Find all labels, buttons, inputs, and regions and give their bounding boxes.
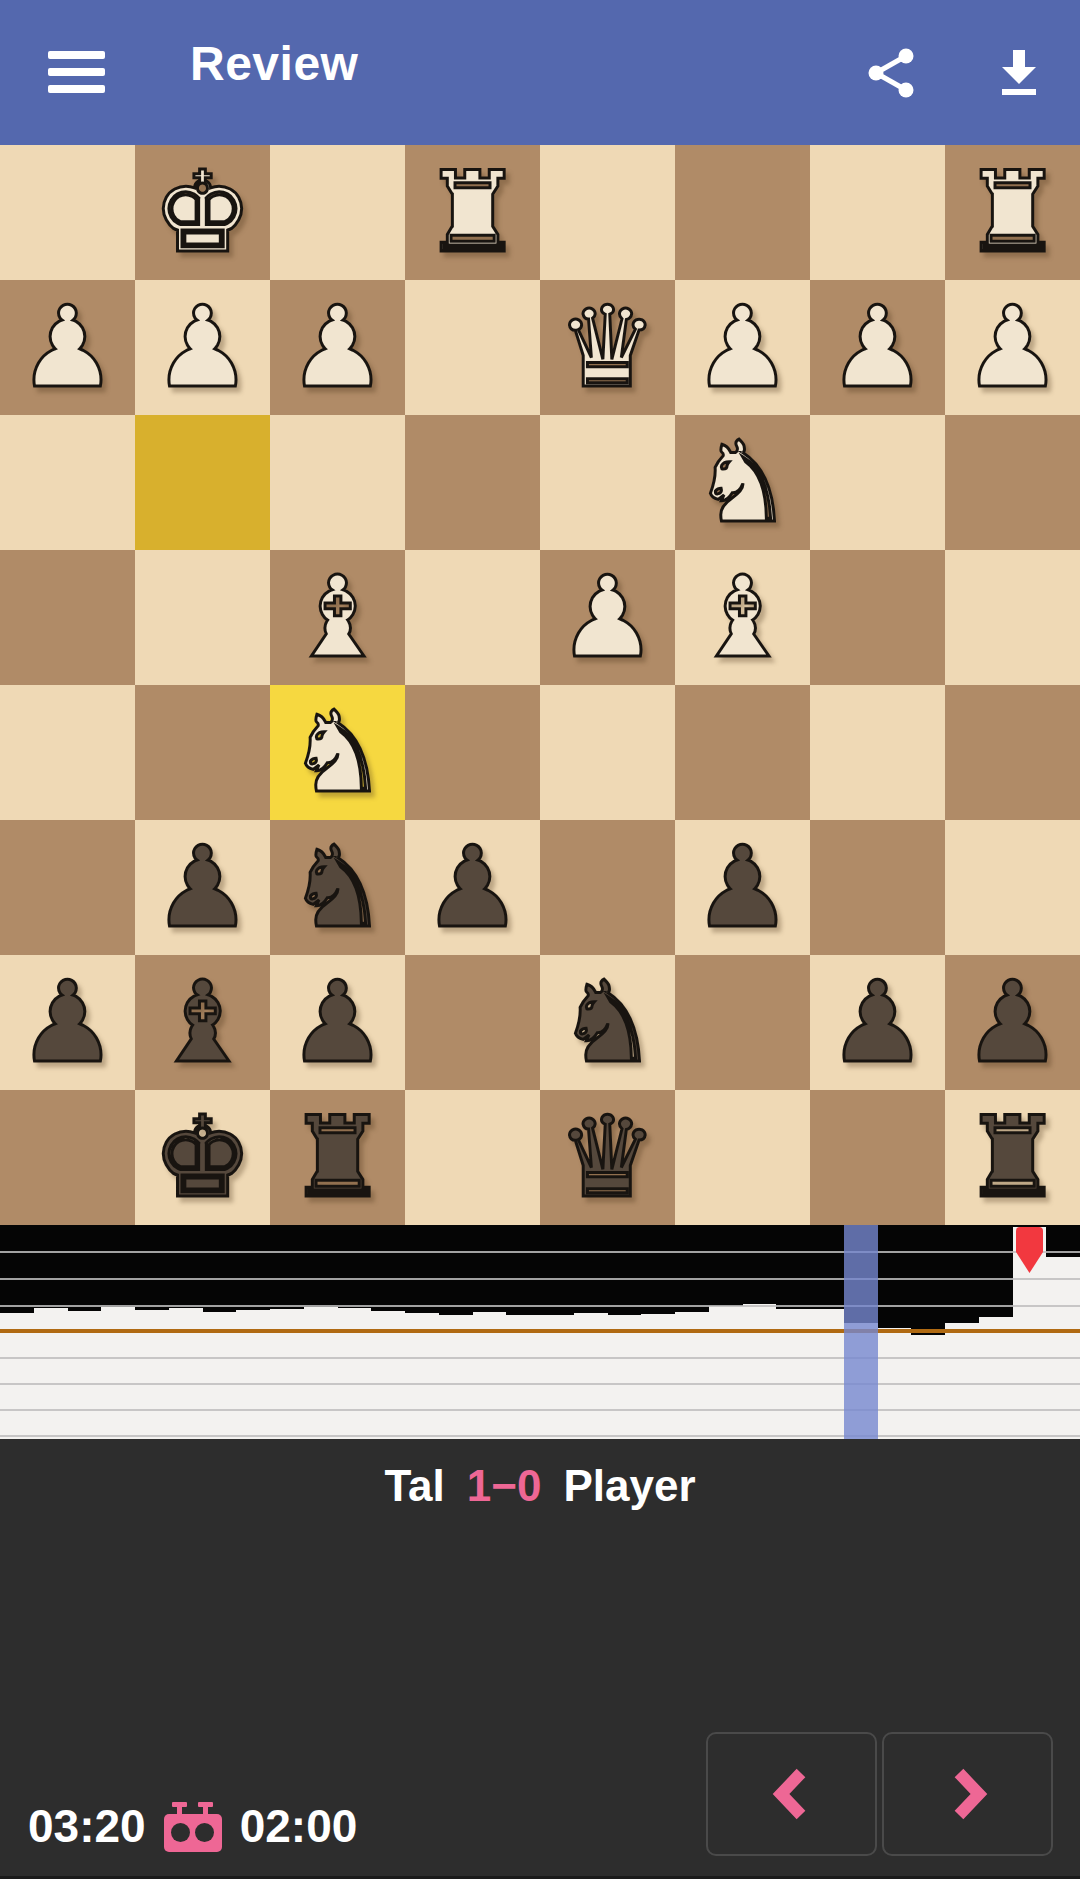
square-g7[interactable]: ♝ (135, 955, 270, 1090)
square-a8[interactable]: ♜ (945, 1090, 1080, 1225)
square-h4[interactable] (0, 550, 135, 685)
square-b4[interactable] (810, 550, 945, 685)
square-f7[interactable]: ♟ (270, 955, 405, 1090)
white-pawn: ♟ (152, 280, 252, 415)
black-bishop: ♝ (152, 955, 252, 1090)
evaluation-graph[interactable] (0, 1225, 1080, 1439)
menu-icon[interactable] (48, 51, 105, 93)
white-rook: ♜ (422, 145, 522, 280)
square-f1[interactable] (270, 145, 405, 280)
square-e5[interactable] (405, 685, 540, 820)
square-e2[interactable] (405, 280, 540, 415)
black-pawn: ♟ (287, 955, 387, 1090)
result-score: 1−0 (467, 1461, 542, 1511)
bottom-panel: Tal 1−0 Player 03:20 02:00 (0, 1439, 1080, 1879)
white-pawn: ♟ (287, 280, 387, 415)
square-b3[interactable] (810, 415, 945, 550)
square-c8[interactable] (675, 1090, 810, 1225)
square-h5[interactable] (0, 685, 135, 820)
eval-gridline (0, 1305, 1080, 1307)
white-bishop: ♝ (287, 550, 387, 685)
black-queen: ♛ (557, 1090, 657, 1225)
square-g5[interactable] (135, 685, 270, 820)
page-title: Review (190, 36, 358, 91)
square-c5[interactable] (675, 685, 810, 820)
eval-gridline (0, 1278, 1080, 1280)
chess-clock-icon (164, 1800, 222, 1852)
square-b5[interactable] (810, 685, 945, 820)
white-pawn: ♟ (962, 280, 1062, 415)
square-h1[interactable] (0, 145, 135, 280)
square-e4[interactable] (405, 550, 540, 685)
white-pawn: ♟ (557, 550, 657, 685)
eval-pin-marker (1016, 1227, 1043, 1273)
square-b8[interactable] (810, 1090, 945, 1225)
game-result: Tal 1−0 Player (0, 1461, 1080, 1511)
black-pawn: ♟ (827, 955, 927, 1090)
square-d6[interactable] (540, 820, 675, 955)
square-f8[interactable]: ♜ (270, 1090, 405, 1225)
square-c1[interactable] (675, 145, 810, 280)
next-move-button[interactable] (882, 1732, 1053, 1856)
square-h7[interactable]: ♟ (0, 955, 135, 1090)
square-b2[interactable]: ♟ (810, 280, 945, 415)
black-pawn: ♟ (692, 820, 792, 955)
square-c3[interactable]: ♞ (675, 415, 810, 550)
square-d2[interactable]: ♛ (540, 280, 675, 415)
white-rook: ♜ (962, 145, 1062, 280)
white-player-name: Tal (384, 1461, 444, 1511)
square-a6[interactable] (945, 820, 1080, 955)
download-icon[interactable] (993, 47, 1045, 99)
square-e1[interactable]: ♜ (405, 145, 540, 280)
square-h6[interactable] (0, 820, 135, 955)
square-a4[interactable] (945, 550, 1080, 685)
square-b1[interactable] (810, 145, 945, 280)
square-g6[interactable]: ♟ (135, 820, 270, 955)
eval-gridline (0, 1383, 1080, 1385)
chevron-right-icon (943, 1765, 993, 1823)
square-c7[interactable] (675, 955, 810, 1090)
square-a3[interactable] (945, 415, 1080, 550)
square-e6[interactable]: ♟ (405, 820, 540, 955)
square-f3[interactable] (270, 415, 405, 550)
square-d1[interactable] (540, 145, 675, 280)
chess-board: ♚♜♜♟♟♟♛♟♟♟♞♝♟♝♞♟♞♟♟♟♝♟♞♟♟♚♜♛♜ (0, 145, 1080, 1225)
black-rook: ♜ (287, 1090, 387, 1225)
square-d8[interactable]: ♛ (540, 1090, 675, 1225)
square-a5[interactable] (945, 685, 1080, 820)
square-e8[interactable] (405, 1090, 540, 1225)
square-f2[interactable]: ♟ (270, 280, 405, 415)
white-knight: ♞ (287, 685, 387, 820)
eval-gridline (0, 1409, 1080, 1411)
square-b6[interactable] (810, 820, 945, 955)
white-bishop: ♝ (692, 550, 792, 685)
white-pawn: ♟ (17, 280, 117, 415)
black-pawn: ♟ (422, 820, 522, 955)
white-knight: ♞ (692, 415, 792, 550)
eval-center-line (0, 1329, 1080, 1333)
clock-row: 03:20 02:00 (28, 1799, 357, 1853)
appbar: Review (0, 0, 1080, 145)
square-f5[interactable]: ♞ (270, 685, 405, 820)
black-rook: ♜ (962, 1090, 1062, 1225)
white-clock-time: 03:20 (28, 1799, 146, 1853)
square-d3[interactable] (540, 415, 675, 550)
share-icon[interactable] (865, 47, 917, 99)
black-knight: ♞ (557, 955, 657, 1090)
app-screen: Review ♚♜♜♟♟♟♛♟♟♟♞♝♟♝♞♟♞♟♟♟♝♟♞♟♟♚♜♛♜ Tal (0, 0, 1080, 1879)
square-g2[interactable]: ♟ (135, 280, 270, 415)
square-c2[interactable]: ♟ (675, 280, 810, 415)
square-e3[interactable] (405, 415, 540, 550)
black-player-name: Player (563, 1461, 695, 1511)
square-f6[interactable]: ♞ (270, 820, 405, 955)
square-e7[interactable] (405, 955, 540, 1090)
square-d4[interactable]: ♟ (540, 550, 675, 685)
white-pawn: ♟ (827, 280, 927, 415)
white-pawn: ♟ (692, 280, 792, 415)
square-a1[interactable]: ♜ (945, 145, 1080, 280)
current-move-highlight (844, 1225, 878, 1439)
square-a2[interactable]: ♟ (945, 280, 1080, 415)
chevron-left-icon (767, 1765, 817, 1823)
black-pawn: ♟ (152, 820, 252, 955)
eval-gridline (0, 1435, 1080, 1437)
square-g8[interactable]: ♚ (135, 1090, 270, 1225)
black-pawn: ♟ (962, 955, 1062, 1090)
square-h3[interactable] (0, 415, 135, 550)
black-knight: ♞ (287, 820, 387, 955)
white-queen: ♛ (557, 280, 657, 415)
square-g3[interactable] (135, 415, 270, 550)
square-a7[interactable]: ♟ (945, 955, 1080, 1090)
black-clock-time: 02:00 (240, 1799, 358, 1853)
square-c4[interactable]: ♝ (675, 550, 810, 685)
square-g4[interactable] (135, 550, 270, 685)
black-pawn: ♟ (17, 955, 117, 1090)
black-king: ♚ (152, 1090, 252, 1225)
square-g1[interactable]: ♚ (135, 145, 270, 280)
square-c6[interactable]: ♟ (675, 820, 810, 955)
square-h8[interactable] (0, 1090, 135, 1225)
square-f4[interactable]: ♝ (270, 550, 405, 685)
eval-gridline (0, 1251, 1080, 1253)
square-d5[interactable] (540, 685, 675, 820)
square-b7[interactable]: ♟ (810, 955, 945, 1090)
eval-gridline (0, 1357, 1080, 1359)
square-h2[interactable]: ♟ (0, 280, 135, 415)
white-king: ♚ (152, 145, 252, 280)
previous-move-button[interactable] (706, 1732, 877, 1856)
square-d7[interactable]: ♞ (540, 955, 675, 1090)
move-nav-buttons (706, 1732, 1053, 1856)
